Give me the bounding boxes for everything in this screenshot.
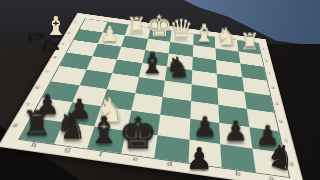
- rank-label-right-2: 2: [264, 59, 268, 62]
- rank-label-left-8: 8: [12, 123, 20, 129]
- rank-label-right-3: 3: [267, 72, 271, 76]
- black-bishop-e4[interactable]: ♝: [139, 49, 165, 78]
- square-e8[interactable]: ♚: [121, 130, 158, 158]
- file-label-h: h: [29, 142, 38, 149]
- black-pawn-b7[interactable]: ♟: [224, 118, 249, 145]
- file-label-g: g: [64, 147, 72, 154]
- square-f4[interactable]: [112, 59, 142, 77]
- square-d4[interactable]: ♞: [165, 66, 192, 84]
- white-knight-b1[interactable]: ♞: [216, 25, 238, 49]
- rank-label-left-2: 2: [67, 31, 72, 34]
- square-d8[interactable]: [154, 135, 189, 163]
- white-bishop-c1[interactable]: ♝: [193, 21, 215, 46]
- white-rook-f1[interactable]: ♜: [126, 13, 147, 36]
- loose-black-pawn[interactable]: ♟: [186, 144, 213, 174]
- rank-label-right-1: 1: [261, 47, 265, 50]
- black-knight-g8[interactable]: ♞: [55, 110, 87, 146]
- square-c1[interactable]: ♝: [193, 34, 216, 48]
- rank-label-left-5: 5: [44, 69, 50, 73]
- square-c4[interactable]: [191, 70, 217, 88]
- file-label-b: b: [235, 170, 241, 178]
- rank-label-left-1: 1: [73, 21, 78, 24]
- square-b4[interactable]: [217, 73, 244, 91]
- white-pawn-g2[interactable]: ♟: [100, 24, 119, 45]
- black-king-e8[interactable]: ♚: [118, 111, 157, 154]
- white-rook-a1[interactable]: ♜: [239, 29, 260, 52]
- rank-label-right-5: 5: [274, 102, 279, 106]
- file-label-e: e: [132, 156, 139, 163]
- black-rook-h8[interactable]: ♜: [22, 106, 53, 140]
- file-label-f: f: [98, 151, 103, 158]
- white-queen-d1[interactable]: ♛: [169, 15, 194, 43]
- square-a4[interactable]: [242, 77, 270, 96]
- rank-label-right-4: 4: [271, 86, 276, 90]
- square-d7[interactable]: [157, 115, 189, 140]
- square-g4[interactable]: [86, 56, 117, 73]
- black-bishop-f8[interactable]: ♝: [88, 113, 121, 150]
- square-b8[interactable]: [220, 144, 255, 172]
- file-label-d: d: [167, 161, 173, 169]
- black-knight-d4[interactable]: ♞: [166, 54, 191, 82]
- chess-photo-scene: ♜♚♛♝♞♜♟♝♞♟♟♞♟♟♟♜♞♝♚ hgfedcba112233445566…: [0, 0, 320, 180]
- black-pawn-c7[interactable]: ♟: [192, 113, 217, 140]
